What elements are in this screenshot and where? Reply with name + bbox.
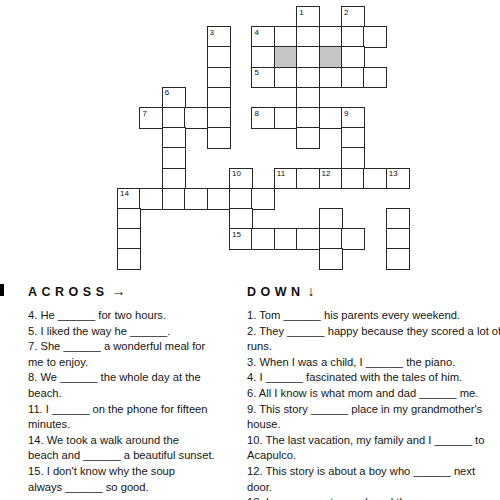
right-arrow-icon: → <box>111 283 125 299</box>
grid-cell-r11c12[interactable] <box>386 228 410 250</box>
grid-cell-r2c10[interactable] <box>341 46 365 68</box>
cell-number-5: 5 <box>254 68 258 77</box>
grid-cell-r9c4[interactable] <box>207 188 231 210</box>
clue-across-8: 8. We ______ the whole day at the beach. <box>28 370 240 401</box>
across-header: ACROSS→ <box>28 283 240 299</box>
grid-cell-r11c10[interactable] <box>341 228 365 250</box>
grid-cell-r6c8[interactable] <box>296 127 320 149</box>
grid-cell-r2c4[interactable] <box>207 46 231 68</box>
grid-cell-r11c8[interactable] <box>296 228 320 250</box>
scan-edge-artifact <box>0 284 4 296</box>
down-header: DOWN↓ <box>247 283 500 299</box>
clue-across-5: 5. I liked the way he ______. <box>28 324 240 340</box>
grid-cell-r2c7[interactable] <box>274 46 298 68</box>
grid-cell-r11c6[interactable] <box>251 228 275 250</box>
grid-cell-r4c4[interactable] <box>207 87 231 109</box>
grid-cell-r8c12[interactable]: 13 <box>386 168 410 190</box>
grid-cell-r0c10[interactable]: 2 <box>341 6 365 28</box>
grid-cell-r3c11[interactable] <box>363 67 387 89</box>
clue-down-9: 9. This story ______ place in my grandmo… <box>247 402 500 433</box>
grid-cell-r2c6[interactable] <box>251 46 275 68</box>
down-arrow-icon: ↓ <box>308 283 315 299</box>
cell-number-13: 13 <box>389 169 398 178</box>
grid-cell-r8c5[interactable]: 10 <box>229 168 253 190</box>
grid-cell-r8c7[interactable]: 11 <box>274 168 298 190</box>
grid-cell-r10c12[interactable] <box>386 208 410 230</box>
grid-cell-r3c7[interactable] <box>274 67 298 89</box>
grid-cell-r1c6[interactable]: 4 <box>251 26 275 48</box>
grid-cell-r1c11[interactable] <box>363 26 387 48</box>
grid-cell-r9c5[interactable] <box>229 188 253 210</box>
cell-number-2: 2 <box>344 8 348 17</box>
cell-number-8: 8 <box>254 109 258 118</box>
grid-cell-r3c4[interactable] <box>207 67 231 89</box>
cell-number-12: 12 <box>322 169 331 178</box>
clue-down-12: 12. This story is about a boy who ______… <box>247 464 500 495</box>
clue-down-3: 3. When I was a child, I ______ the pian… <box>247 355 500 371</box>
grid-cell-r5c9[interactable] <box>319 107 343 129</box>
grid-cell-r5c3[interactable] <box>184 107 208 129</box>
clue-across-14: 14. We took a walk around the beach and … <box>28 433 240 464</box>
grid-cell-r1c10[interactable] <box>341 26 365 48</box>
grid-cell-r1c7[interactable] <box>274 26 298 48</box>
grid-cell-r3c8[interactable] <box>296 67 320 89</box>
clue-across-4: 4. He ______ for two hours. <box>28 308 240 324</box>
down-clues-section: DOWN↓ 1. Tom ______ his parents every we… <box>247 283 500 500</box>
grid-cell-r11c9[interactable] <box>319 228 343 250</box>
clue-down-10: 10. The last vacation, my family and I _… <box>247 433 500 464</box>
grid-cell-r4c2[interactable]: 6 <box>162 87 186 109</box>
grid-cell-r9c1[interactable] <box>139 188 163 210</box>
across-clues-section: ACROSS→ 4. He ______ for two hours.5. I … <box>28 283 240 495</box>
grid-cell-r9c6[interactable] <box>251 188 275 210</box>
cell-number-9: 9 <box>344 109 348 118</box>
grid-cell-r5c10[interactable]: 9 <box>341 107 365 129</box>
grid-cell-r1c4[interactable]: 3 <box>207 26 231 48</box>
grid-cell-r8c8[interactable] <box>296 168 320 190</box>
grid-cell-r5c8[interactable] <box>296 107 320 129</box>
grid-cell-r8c11[interactable] <box>363 168 387 190</box>
clue-down-6: 6. All I know is what mom and dad ______… <box>247 386 500 402</box>
cell-number-10: 10 <box>232 169 241 178</box>
grid-cell-r9c3[interactable] <box>184 188 208 210</box>
across-clues-list: 4. He ______ for two hours.5. I liked th… <box>28 308 240 495</box>
clue-down-2: 2. They ______ happy because they scored… <box>247 324 500 355</box>
grid-cell-r5c4[interactable] <box>207 107 231 129</box>
clue-across-7: 7. She ______ a wonderful meal for me to… <box>28 339 240 370</box>
clue-down-4: 4. I ______ fascinated with the tales of… <box>247 370 500 386</box>
clue-across-11: 11. I ______ on the phone for fifteen mi… <box>28 402 240 433</box>
grid-cell-r3c9[interactable] <box>319 67 343 89</box>
grid-cell-r2c9[interactable] <box>319 46 343 68</box>
grid-cell-r6c4[interactable] <box>207 127 231 149</box>
grid-cell-r1c9[interactable] <box>319 26 343 48</box>
grid-cell-r5c2[interactable] <box>162 107 186 129</box>
grid-cell-r2c8[interactable] <box>296 46 320 68</box>
grid-cell-r1c8[interactable] <box>296 26 320 48</box>
grid-cell-r11c5[interactable]: 15 <box>229 228 253 250</box>
cell-number-7: 7 <box>142 109 146 118</box>
clue-down-13: 13. I ______ my tea and read the newspap… <box>247 495 500 500</box>
cell-number-14: 14 <box>120 189 129 198</box>
down-title: DOWN <box>247 285 305 299</box>
cell-number-15: 15 <box>232 230 241 239</box>
crossword-grid: 123456789101112131415 <box>0 0 500 280</box>
down-clues-list: 1. Tom ______ his parents every weekend.… <box>247 308 500 500</box>
grid-cell-r7c2[interactable] <box>162 147 186 169</box>
grid-cell-r10c0[interactable] <box>117 208 141 230</box>
grid-cell-r0c8[interactable]: 1 <box>296 6 320 28</box>
grid-cell-r12c12[interactable] <box>386 248 410 270</box>
cell-number-1: 1 <box>299 8 303 17</box>
grid-cell-r6c2[interactable] <box>162 127 186 149</box>
grid-cell-r5c1[interactable]: 7 <box>139 107 163 129</box>
cell-number-11: 11 <box>277 169 285 178</box>
grid-cell-r10c9[interactable] <box>319 208 343 230</box>
grid-cell-r5c7[interactable] <box>274 107 298 129</box>
grid-cell-r4c8[interactable] <box>296 87 320 109</box>
grid-cell-r10c5[interactable] <box>229 208 253 230</box>
cell-number-4: 4 <box>254 28 258 37</box>
cell-number-3: 3 <box>210 28 214 37</box>
grid-cell-r9c2[interactable] <box>162 188 186 210</box>
grid-cell-r6c10[interactable] <box>341 127 365 149</box>
grid-cell-r11c7[interactable] <box>274 228 298 250</box>
grid-cell-r8c10[interactable] <box>341 168 365 190</box>
grid-cell-r8c9[interactable]: 12 <box>319 168 343 190</box>
grid-cell-r12c0[interactable] <box>117 248 141 270</box>
grid-cell-r8c2[interactable] <box>162 168 186 190</box>
grid-cell-r3c6[interactable]: 5 <box>251 67 275 89</box>
clue-down-1: 1. Tom ______ his parents every weekend. <box>247 308 500 324</box>
cell-number-6: 6 <box>165 88 169 97</box>
clue-across-15: 15. I don't know why the soup always ___… <box>28 464 240 495</box>
grid-cell-r9c0[interactable]: 14 <box>117 188 141 210</box>
grid-cell-r7c10[interactable] <box>341 147 365 169</box>
grid-cell-r3c10[interactable] <box>341 67 365 89</box>
grid-cell-r5c6[interactable]: 8 <box>251 107 275 129</box>
across-title: ACROSS <box>28 285 108 299</box>
grid-cell-r11c0[interactable] <box>117 228 141 250</box>
grid-cell-r12c9[interactable] <box>319 248 343 270</box>
